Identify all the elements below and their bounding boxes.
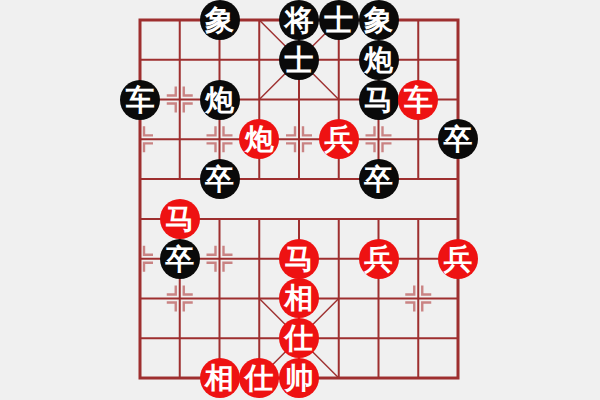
piece-black-advisor[interactable]: 士 [279, 40, 319, 80]
point-mark [224, 263, 233, 272]
piece-red-advisor[interactable]: 仕 [239, 358, 279, 398]
point-mark [167, 302, 176, 311]
point-mark [303, 143, 312, 152]
piece-black-pawn[interactable]: 卒 [359, 159, 399, 199]
point-mark [167, 285, 176, 294]
point-mark [144, 263, 153, 272]
piece-red-general[interactable]: 帅 [279, 358, 319, 398]
piece-black-horse[interactable]: 马 [359, 80, 399, 120]
point-mark [224, 143, 233, 152]
piece-black-pawn[interactable]: 卒 [438, 119, 478, 159]
point-mark [207, 126, 216, 135]
piece-black-pawn[interactable]: 卒 [200, 159, 240, 199]
point-mark [366, 143, 375, 152]
piece-black-elephant[interactable]: 象 [359, 0, 399, 40]
piece-black-advisor[interactable]: 士 [319, 0, 359, 40]
piece-red-elephant[interactable]: 相 [200, 358, 240, 398]
point-mark [405, 285, 414, 294]
piece-red-advisor[interactable]: 仕 [279, 318, 319, 358]
point-mark [383, 126, 392, 135]
point-mark [286, 126, 295, 135]
point-mark [224, 246, 233, 255]
point-mark [366, 126, 375, 135]
piece-black-chariot[interactable]: 车 [120, 80, 160, 120]
point-mark [144, 143, 153, 152]
point-mark [303, 126, 312, 135]
point-mark [286, 143, 295, 152]
point-mark [184, 104, 193, 113]
piece-black-elephant[interactable]: 象 [200, 0, 240, 40]
point-mark [224, 126, 233, 135]
piece-black-general[interactable]: 将 [279, 0, 319, 40]
piece-red-pawn[interactable]: 兵 [359, 239, 399, 279]
piece-red-horse[interactable]: 马 [160, 199, 200, 239]
point-mark [184, 285, 193, 294]
point-mark [184, 302, 193, 311]
piece-red-elephant[interactable]: 相 [279, 278, 319, 318]
point-mark [184, 87, 193, 96]
xiangqi-board: 象将士象士炮车炮马车炮兵卒卒卒马卒马兵兵相仕相仕帅 [0, 0, 600, 400]
point-mark [207, 246, 216, 255]
piece-red-cannon[interactable]: 炮 [239, 119, 279, 159]
piece-black-cannon[interactable]: 炮 [359, 40, 399, 80]
piece-black-cannon[interactable]: 炮 [200, 80, 240, 120]
point-mark [144, 126, 153, 135]
piece-red-pawn[interactable]: 兵 [319, 119, 359, 159]
point-mark [207, 143, 216, 152]
point-mark [167, 87, 176, 96]
point-mark [422, 302, 431, 311]
point-mark [167, 104, 176, 113]
point-mark [422, 285, 431, 294]
piece-black-pawn[interactable]: 卒 [160, 239, 200, 279]
point-mark [405, 302, 414, 311]
piece-red-horse[interactable]: 马 [279, 239, 319, 279]
point-mark [383, 143, 392, 152]
point-mark [207, 263, 216, 272]
piece-red-pawn[interactable]: 兵 [438, 239, 478, 279]
point-mark [144, 246, 153, 255]
piece-red-chariot[interactable]: 车 [398, 80, 438, 120]
